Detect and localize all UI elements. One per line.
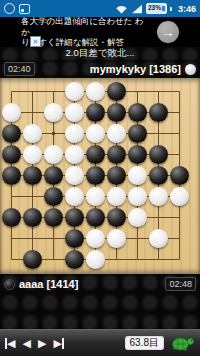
board-point[interactable] (148, 228, 169, 249)
stone-black (170, 166, 189, 185)
stone-black (107, 82, 126, 101)
board-point[interactable] (169, 144, 190, 165)
board-point[interactable] (43, 102, 64, 123)
board-point[interactable] (1, 186, 22, 207)
board-point[interactable] (43, 123, 64, 144)
board-point[interactable] (22, 102, 43, 123)
stone-black (65, 208, 84, 227)
board-point[interactable] (22, 123, 43, 144)
board-point[interactable] (106, 123, 127, 144)
ad-close-button[interactable]: ✕ (30, 36, 41, 47)
stone-white (149, 229, 168, 248)
battery-charge-segment (162, 6, 165, 11)
stone-black (86, 103, 105, 122)
board-point[interactable] (43, 165, 64, 186)
stone-black (65, 250, 84, 269)
board-point[interactable] (148, 207, 169, 228)
status-bar: 23% 3:46 (0, 0, 200, 17)
stone-white (107, 187, 126, 206)
board-point[interactable] (169, 165, 190, 186)
stone-black (23, 166, 42, 185)
battery-cap (170, 7, 172, 11)
board-point[interactable] (1, 249, 22, 270)
board-point[interactable] (106, 102, 127, 123)
stone-black (149, 166, 168, 185)
control-bar: ◀ ◀ ▶ ▶ 63.8目 (0, 329, 200, 356)
result-message-text: 2.0目差で敗北... (66, 47, 135, 60)
board-point[interactable] (1, 81, 22, 102)
stone-white (107, 124, 126, 143)
board-point[interactable] (22, 144, 43, 165)
board-point[interactable] (148, 186, 169, 207)
board-point[interactable] (148, 102, 169, 123)
stone-white (86, 124, 105, 143)
stone-black (65, 229, 84, 248)
battery-percent: 23% (148, 5, 161, 12)
stone-white (44, 103, 63, 122)
notification-icon-2 (19, 4, 30, 14)
board-point[interactable] (127, 81, 148, 102)
board-point[interactable] (85, 186, 106, 207)
board-point[interactable] (64, 165, 85, 186)
stone-white (23, 124, 42, 143)
stone-white (65, 82, 84, 101)
board-point[interactable] (148, 165, 169, 186)
board-grid (1, 81, 190, 270)
skip-to-end-button[interactable]: ▶ (53, 338, 63, 349)
board-point[interactable] (64, 207, 85, 228)
stone-white (86, 187, 105, 206)
board-point[interactable] (1, 144, 22, 165)
stone-black (107, 166, 126, 185)
board-point[interactable] (85, 144, 106, 165)
white-stone-icon (185, 64, 196, 75)
board-point[interactable] (64, 102, 85, 123)
stone-white (86, 229, 105, 248)
stone-white (2, 103, 21, 122)
board-point[interactable] (127, 186, 148, 207)
board-point[interactable] (1, 228, 22, 249)
white-player-name: mymykyky [1386] (90, 63, 181, 75)
board-point[interactable] (127, 165, 148, 186)
board-point[interactable] (43, 228, 64, 249)
board-point[interactable] (64, 144, 85, 165)
stone-black (107, 103, 126, 122)
stone-white (128, 166, 147, 185)
white-player-bar: 02:40 mymykyky [1386] (0, 60, 200, 78)
board-point[interactable] (169, 81, 190, 102)
status-time: 3:46 (178, 4, 196, 14)
stone-black (2, 166, 21, 185)
board-point[interactable] (43, 249, 64, 270)
stone-black (149, 145, 168, 164)
stone-black (44, 187, 63, 206)
board-point[interactable] (127, 144, 148, 165)
stone-white (23, 145, 42, 164)
go-board (0, 78, 200, 274)
skip-to-start-button[interactable]: ◀ (5, 338, 15, 349)
board-point[interactable] (43, 144, 64, 165)
stone-white (65, 103, 84, 122)
stone-white (86, 250, 105, 269)
board-point[interactable] (127, 249, 148, 270)
board-point[interactable] (22, 207, 43, 228)
stone-white (65, 124, 84, 143)
board-point[interactable] (106, 228, 127, 249)
board-point[interactable] (64, 123, 85, 144)
board-point[interactable] (127, 228, 148, 249)
stone-black (2, 124, 21, 143)
board-point[interactable] (169, 228, 190, 249)
board-point[interactable] (64, 228, 85, 249)
board-point[interactable] (148, 249, 169, 270)
stone-white (44, 145, 63, 164)
black-stone-icon (4, 279, 15, 290)
stone-white (128, 208, 147, 227)
stone-white (149, 187, 168, 206)
black-player-name: aaaa [1414] (19, 278, 78, 290)
board-point[interactable] (43, 186, 64, 207)
stone-white (128, 187, 147, 206)
stone-black (44, 208, 63, 227)
stone-white (86, 82, 105, 101)
board-point[interactable] (22, 249, 43, 270)
board-point[interactable] (22, 81, 43, 102)
notification-icon-1 (4, 3, 15, 14)
score-display: 63.8目 (125, 336, 164, 350)
stone-black (2, 208, 21, 227)
board-point[interactable] (43, 207, 64, 228)
background-texture (0, 294, 200, 329)
stone-black (2, 145, 21, 164)
board-point[interactable] (127, 102, 148, 123)
board-point[interactable] (106, 207, 127, 228)
stone-black (107, 145, 126, 164)
stone-white (65, 187, 84, 206)
board-point[interactable] (64, 249, 85, 270)
stone-black (86, 208, 105, 227)
stone-black (128, 124, 147, 143)
board-point[interactable] (169, 207, 190, 228)
white-clock: 02:40 (4, 62, 35, 76)
stone-black (23, 208, 42, 227)
board-point[interactable] (169, 123, 190, 144)
board-point[interactable] (106, 81, 127, 102)
board-point[interactable] (85, 102, 106, 123)
step-back-button[interactable]: ◀ (22, 338, 30, 349)
board-point[interactable] (22, 186, 43, 207)
board-point[interactable] (1, 102, 22, 123)
board-point[interactable] (43, 81, 64, 102)
step-forward-button[interactable]: ▶ (38, 338, 46, 349)
board-point[interactable] (106, 144, 127, 165)
board-point[interactable] (127, 207, 148, 228)
turtle-icon[interactable] (171, 335, 195, 352)
stone-white (170, 187, 189, 206)
result-message: 2.0目差で敗北... (0, 47, 200, 60)
stone-black (44, 166, 63, 185)
board-point[interactable] (169, 249, 190, 270)
ad-line-1: 各大学の出題傾向に合わせた わか (21, 16, 151, 37)
black-clock: 02:48 (165, 277, 196, 291)
stone-black (86, 166, 105, 185)
stone-black (107, 208, 126, 227)
stone-white (107, 229, 126, 248)
stone-black (128, 103, 147, 122)
board-point[interactable] (64, 81, 85, 102)
board-point[interactable] (85, 81, 106, 102)
board-point[interactable] (22, 165, 43, 186)
board-point[interactable] (85, 249, 106, 270)
board-point[interactable] (85, 207, 106, 228)
board-point[interactable] (106, 249, 127, 270)
board-point[interactable] (64, 186, 85, 207)
wifi-icon (115, 4, 128, 14)
battery-icon: 23% (146, 3, 167, 14)
ad-arrow-button[interactable]: → (157, 21, 179, 43)
board-point[interactable] (148, 144, 169, 165)
stone-black (23, 250, 42, 269)
board-point[interactable] (85, 123, 106, 144)
board-point[interactable] (85, 165, 106, 186)
board-point[interactable] (1, 123, 22, 144)
board-point[interactable] (1, 207, 22, 228)
board-point[interactable] (22, 228, 43, 249)
board-point[interactable] (169, 186, 190, 207)
board-point[interactable] (169, 102, 190, 123)
board-point[interactable] (148, 81, 169, 102)
stone-black (128, 145, 147, 164)
ad-banner[interactable]: 各大学の出題傾向に合わせた わか りやすく詳細な解説・解答 → ✕ (0, 17, 200, 47)
board-point[interactable] (106, 165, 127, 186)
board-point[interactable] (1, 165, 22, 186)
stone-black (149, 103, 168, 122)
board-point[interactable] (148, 123, 169, 144)
black-player-bar: aaaa [1414] 02:48 (0, 274, 200, 294)
board-point[interactable] (106, 186, 127, 207)
board-point[interactable] (127, 123, 148, 144)
stone-white (65, 166, 84, 185)
board-point[interactable] (85, 228, 106, 249)
stone-white (65, 145, 84, 164)
stone-black (86, 145, 105, 164)
signal-icon (131, 4, 143, 14)
